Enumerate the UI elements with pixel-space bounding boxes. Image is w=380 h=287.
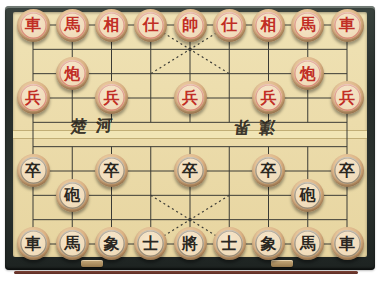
piece-red-general[interactable]: 帥 [174, 9, 207, 42]
piece-glyph: 士 [221, 236, 237, 252]
piece-red-horse[interactable]: 馬 [56, 9, 89, 42]
brass-latch-right-icon [271, 260, 293, 267]
piece-black-soldier[interactable]: 卒 [17, 154, 50, 187]
piece-glyph: 馬 [300, 17, 316, 33]
xiangqi-board: 楚河 漢界 車馬相仕帥仕相馬車炮炮兵兵兵兵兵卒卒卒卒卒砲砲車馬象士將士象馬車 [5, 6, 375, 270]
piece-red-soldier[interactable]: 兵 [174, 81, 207, 114]
piece-red-elephant[interactable]: 相 [252, 9, 285, 42]
piece-glyph: 相 [261, 17, 277, 33]
board-surface: 楚河 漢界 車馬相仕帥仕相馬車炮炮兵兵兵兵兵卒卒卒卒卒砲砲車馬象士將士象馬車 [13, 12, 367, 257]
piece-glyph: 兵 [104, 90, 120, 106]
piece-glyph: 仕 [143, 17, 159, 33]
piece-black-soldier[interactable]: 卒 [174, 154, 207, 187]
piece-glyph: 卒 [261, 163, 277, 179]
piece-red-chariot[interactable]: 車 [331, 9, 364, 42]
piece-red-horse[interactable]: 馬 [291, 9, 324, 42]
piece-glyph: 兵 [261, 90, 277, 106]
piece-glyph: 兵 [182, 90, 198, 106]
piece-glyph: 炮 [64, 66, 80, 82]
piece-red-soldier[interactable]: 兵 [17, 81, 50, 114]
piece-black-elephant[interactable]: 象 [252, 227, 285, 260]
piece-red-advisor[interactable]: 仕 [213, 9, 246, 42]
piece-glyph: 卒 [182, 163, 198, 179]
piece-black-advisor[interactable]: 士 [213, 227, 246, 260]
piece-glyph: 象 [261, 236, 277, 252]
piece-black-elephant[interactable]: 象 [95, 227, 128, 260]
piece-glyph: 兵 [339, 90, 355, 106]
piece-red-cannon[interactable]: 炮 [291, 57, 324, 90]
piece-glyph: 卒 [104, 163, 120, 179]
piece-glyph: 士 [143, 236, 159, 252]
piece-glyph: 兵 [25, 90, 41, 106]
piece-red-advisor[interactable]: 仕 [134, 9, 167, 42]
piece-black-chariot[interactable]: 車 [331, 227, 364, 260]
piece-black-general[interactable]: 將 [174, 227, 207, 260]
piece-black-horse[interactable]: 馬 [56, 227, 89, 260]
box-base-edge [14, 271, 358, 274]
piece-red-cannon[interactable]: 炮 [56, 57, 89, 90]
piece-glyph: 將 [182, 236, 198, 252]
piece-red-soldier[interactable]: 兵 [331, 81, 364, 114]
piece-glyph: 砲 [300, 187, 316, 203]
piece-glyph: 車 [339, 17, 355, 33]
piece-red-elephant[interactable]: 相 [95, 9, 128, 42]
piece-glyph: 仕 [221, 17, 237, 33]
scene: { "game": "xiangqi", "board_type": "fold… [0, 0, 380, 287]
piece-glyph: 車 [25, 17, 41, 33]
piece-red-soldier[interactable]: 兵 [95, 81, 128, 114]
piece-glyph: 炮 [300, 66, 316, 82]
piece-glyph: 馬 [64, 17, 80, 33]
piece-glyph: 車 [25, 236, 41, 252]
piece-black-chariot[interactable]: 車 [17, 227, 50, 260]
piece-black-horse[interactable]: 馬 [291, 227, 324, 260]
piece-black-advisor[interactable]: 士 [134, 227, 167, 260]
piece-glyph: 象 [104, 236, 120, 252]
piece-black-cannon[interactable]: 砲 [291, 179, 324, 212]
piece-glyph: 卒 [339, 163, 355, 179]
piece-glyph: 帥 [182, 17, 198, 33]
piece-glyph: 卒 [25, 163, 41, 179]
piece-red-chariot[interactable]: 車 [17, 9, 50, 42]
piece-black-soldier[interactable]: 卒 [252, 154, 285, 187]
pieces-layer: 車馬相仕帥仕相馬車炮炮兵兵兵兵兵卒卒卒卒卒砲砲車馬象士將士象馬車 [13, 13, 366, 256]
piece-red-soldier[interactable]: 兵 [252, 81, 285, 114]
piece-glyph: 砲 [64, 187, 80, 203]
piece-glyph: 馬 [64, 236, 80, 252]
piece-glyph: 車 [339, 236, 355, 252]
piece-black-cannon[interactable]: 砲 [56, 179, 89, 212]
brass-latch-left-icon [81, 260, 103, 267]
piece-glyph: 馬 [300, 236, 316, 252]
piece-glyph: 相 [104, 17, 120, 33]
piece-black-soldier[interactable]: 卒 [331, 154, 364, 187]
piece-black-soldier[interactable]: 卒 [95, 154, 128, 187]
